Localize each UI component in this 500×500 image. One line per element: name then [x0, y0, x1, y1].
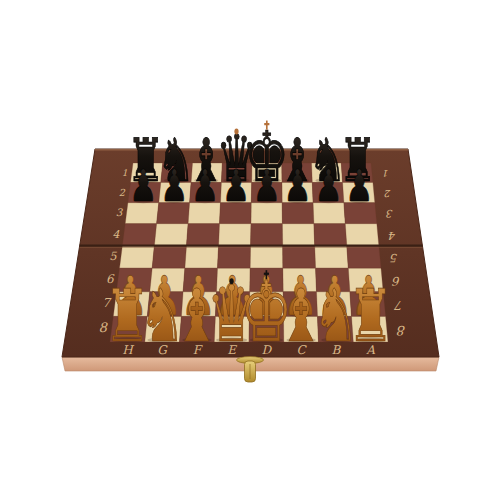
piece-white-rook-a8[interactable]: ♜	[348, 272, 394, 357]
square-c4[interactable]	[282, 224, 314, 246]
square-g4[interactable]	[154, 224, 188, 246]
chess-board: 1122334455667788HGFEDCBA♜♞♝♛♚♝♞♜♟♟♟♟♟♟♟♟…	[0, 0, 500, 500]
queen-finial	[234, 129, 238, 135]
rank-label-right-5: 5	[390, 251, 398, 265]
svg-text:♜: ♜	[348, 272, 394, 357]
piece-black-pawn-g2[interactable]: ♟	[160, 160, 188, 212]
piece-black-pawn-h2[interactable]: ♟	[129, 160, 157, 212]
piece-black-pawn-d2[interactable]: ♟	[253, 160, 281, 212]
svg-text:♟: ♟	[253, 160, 281, 212]
square-e4[interactable]	[219, 224, 251, 246]
piece-black-pawn-b2[interactable]: ♟	[314, 160, 342, 212]
svg-text:♟: ♟	[191, 160, 219, 212]
svg-text:♟: ♟	[160, 160, 188, 212]
svg-text:♟: ♟	[129, 160, 157, 212]
rank-label-left-5: 5	[109, 249, 117, 263]
svg-text:♟: ♟	[284, 160, 312, 212]
svg-text:♟: ♟	[345, 160, 373, 212]
square-f4[interactable]	[187, 224, 220, 246]
svg-text:♟: ♟	[222, 160, 250, 212]
square-a4[interactable]	[345, 224, 379, 246]
queen-finial	[229, 278, 233, 284]
piece-black-pawn-a2[interactable]: ♟	[345, 160, 373, 212]
piece-black-pawn-e2[interactable]: ♟	[222, 160, 250, 212]
rank-label-right-2: 2	[384, 188, 391, 199]
square-d4[interactable]	[251, 224, 283, 246]
square-b4[interactable]	[314, 224, 347, 246]
rank-label-left-2: 2	[119, 187, 126, 198]
piece-black-pawn-c2[interactable]: ♟	[284, 160, 312, 212]
chess-set-product-photo: 1122334455667788HGFEDCBA♜♞♝♛♚♝♞♜♟♟♟♟♟♟♟♟…	[0, 0, 500, 500]
piece-black-pawn-f2[interactable]: ♟	[191, 160, 219, 212]
square-h4[interactable]	[122, 224, 156, 246]
rank-label-right-1: 1	[383, 168, 389, 179]
rank-label-right-4: 4	[389, 229, 396, 242]
svg-text:♟: ♟	[314, 160, 342, 212]
rank-label-left-4: 4	[113, 228, 120, 241]
